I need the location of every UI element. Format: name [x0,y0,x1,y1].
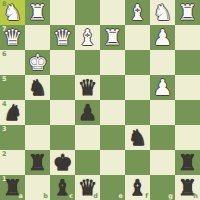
piece-white-pawn-g5[interactable]: ♟ [153,75,173,100]
square-b2[interactable]: ♜ [25,150,50,175]
square-e4[interactable] [100,100,125,125]
piece-black-pawn-d4[interactable]: ♟ [78,100,98,125]
square-g3[interactable] [150,125,175,150]
file-label-b: b [43,193,48,200]
piece-white-king-b6[interactable]: ♚ [28,50,48,75]
square-d8[interactable] [75,0,100,25]
square-h2[interactable]: ♜ [175,150,200,175]
square-a4[interactable]: 4♞ [0,100,25,125]
square-c4[interactable] [50,100,75,125]
square-h4[interactable] [175,100,200,125]
square-b6[interactable]: ♚ [25,50,50,75]
square-b7[interactable] [25,25,50,50]
square-c6[interactable] [50,50,75,75]
square-e7[interactable]: ♜ [100,25,125,50]
square-b3[interactable] [25,125,50,150]
square-f5[interactable] [125,75,150,100]
rank-label-2: 2 [2,151,7,158]
piece-white-rook-b8[interactable]: ♜ [28,0,48,25]
square-c7[interactable]: ♛ [50,25,75,50]
piece-black-rook-h2[interactable]: ♜ [178,150,198,175]
piece-black-king-c2[interactable]: ♚ [53,150,73,175]
piece-white-pawn-g7[interactable]: ♟ [153,25,173,50]
rank-label-8: 8 [2,1,7,8]
square-d4[interactable]: ♟ [75,100,100,125]
square-f6[interactable] [125,50,150,75]
rank-label-5: 5 [2,76,7,83]
square-c3[interactable] [50,125,75,150]
piece-white-rook-e7[interactable]: ♜ [103,25,123,50]
square-g2[interactable] [150,150,175,175]
piece-black-knight-f3[interactable]: ♞ [128,125,148,150]
rank-label-1: 1 [2,176,7,183]
square-d5[interactable]: ♛ [75,75,100,100]
file-label-d: d [93,193,98,200]
square-e5[interactable] [100,75,125,100]
square-c1[interactable]: c♝ [50,175,75,200]
chess-board: 8♞♜♝♞♜7♛♛♝♜♟6♚5♞♛♟4♞♟3♞2♜♚♜1a♜bc♝d♛ef♝gh… [0,0,200,200]
piece-white-knight-g8[interactable]: ♞ [153,0,173,25]
square-a1[interactable]: 1a♜ [0,175,25,200]
rank-label-6: 6 [2,51,7,58]
file-label-f: f [145,193,148,200]
file-label-c: c [69,193,73,200]
square-d1[interactable]: d♛ [75,175,100,200]
square-a3[interactable]: 3 [0,125,25,150]
square-f4[interactable] [125,100,150,125]
square-c2[interactable]: ♚ [50,150,75,175]
square-f7[interactable] [125,25,150,50]
square-b4[interactable] [25,100,50,125]
square-f1[interactable]: f♝ [125,175,150,200]
square-a5[interactable]: 5 [0,75,25,100]
square-e3[interactable] [100,125,125,150]
square-g5[interactable]: ♟ [150,75,175,100]
square-e1[interactable]: e [100,175,125,200]
square-g1[interactable]: g [150,175,175,200]
rank-label-7: 7 [2,26,7,33]
square-b5[interactable]: ♞ [25,75,50,100]
square-g8[interactable]: ♞ [150,0,175,25]
file-label-h: h [193,193,198,200]
square-f8[interactable]: ♝ [125,0,150,25]
square-f3[interactable]: ♞ [125,125,150,150]
file-label-e: e [119,193,123,200]
square-b8[interactable]: ♜ [25,0,50,25]
square-e2[interactable] [100,150,125,175]
piece-white-bishop-d7[interactable]: ♝ [78,25,98,50]
square-d3[interactable] [75,125,100,150]
square-d6[interactable] [75,50,100,75]
square-d7[interactable]: ♝ [75,25,100,50]
square-h6[interactable] [175,50,200,75]
square-g6[interactable] [150,50,175,75]
piece-black-queen-d5[interactable]: ♛ [78,75,98,100]
square-b1[interactable]: b [25,175,50,200]
square-h1[interactable]: h♜ [175,175,200,200]
square-a8[interactable]: 8♞ [0,0,25,25]
piece-white-queen-c7[interactable]: ♛ [53,25,73,50]
square-g4[interactable] [150,100,175,125]
square-a2[interactable]: 2 [0,150,25,175]
square-c5[interactable] [50,75,75,100]
piece-black-rook-b2[interactable]: ♜ [28,150,48,175]
square-c8[interactable] [50,0,75,25]
piece-black-knight-b5[interactable]: ♞ [28,75,48,100]
square-a7[interactable]: 7♛ [0,25,25,50]
square-h5[interactable] [175,75,200,100]
file-label-g: g [168,193,173,200]
piece-white-bishop-f8[interactable]: ♝ [128,0,148,25]
square-a6[interactable]: 6 [0,50,25,75]
square-h7[interactable] [175,25,200,50]
square-d2[interactable] [75,150,100,175]
square-e6[interactable] [100,50,125,75]
square-f2[interactable] [125,150,150,175]
rank-label-3: 3 [2,126,7,133]
file-label-a: a [19,193,23,200]
square-h3[interactable] [175,125,200,150]
square-g7[interactable]: ♟ [150,25,175,50]
square-h8[interactable]: ♜ [175,0,200,25]
square-e8[interactable] [100,0,125,25]
piece-white-rook-h8[interactable]: ♜ [178,0,198,25]
piece-black-knight-a4[interactable]: ♞ [3,100,23,125]
